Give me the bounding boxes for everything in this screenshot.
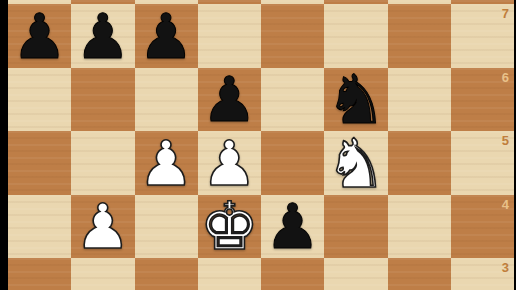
square-f6[interactable]: ♞ xyxy=(324,68,387,132)
square-f5[interactable]: ♞ xyxy=(324,131,387,195)
square-a4[interactable] xyxy=(8,195,71,259)
square-e3[interactable] xyxy=(261,258,324,290)
black-pawn-b7[interactable]: ♟ xyxy=(71,5,134,69)
square-c6[interactable] xyxy=(135,68,198,132)
square-h5[interactable]: 5 xyxy=(451,131,514,195)
square-a7[interactable]: ♟ xyxy=(8,4,71,68)
square-h4[interactable]: 4 xyxy=(451,195,514,259)
square-g3[interactable] xyxy=(388,258,451,290)
square-c3[interactable] xyxy=(135,258,198,290)
square-h3[interactable]: 3 xyxy=(451,258,514,290)
square-f3[interactable] xyxy=(324,258,387,290)
rank-label-4: 4 xyxy=(502,198,509,211)
white-knight-f5[interactable]: ♞ xyxy=(324,132,387,196)
square-a6[interactable] xyxy=(8,68,71,132)
rank-label-7: 7 xyxy=(502,7,509,20)
white-pawn-b4[interactable]: ♟ xyxy=(71,196,134,260)
chess-board: ♟♟♟7♟♞6♟♟♞5♟♚♟43 xyxy=(8,0,514,290)
square-e6[interactable] xyxy=(261,68,324,132)
square-b4[interactable]: ♟ xyxy=(71,195,134,259)
square-h7[interactable]: 7 xyxy=(451,4,514,68)
square-b7[interactable]: ♟ xyxy=(71,4,134,68)
square-e4[interactable]: ♟ xyxy=(261,195,324,259)
square-h6[interactable]: 6 xyxy=(451,68,514,132)
rank-label-5: 5 xyxy=(502,134,509,147)
black-pawn-d6[interactable]: ♟ xyxy=(198,69,261,133)
square-b6[interactable] xyxy=(71,68,134,132)
square-d7[interactable] xyxy=(198,4,261,68)
letterbox-left-bar xyxy=(0,0,8,290)
square-f7[interactable] xyxy=(324,4,387,68)
square-a5[interactable] xyxy=(8,131,71,195)
black-pawn-c7[interactable]: ♟ xyxy=(135,5,198,69)
square-d6[interactable]: ♟ xyxy=(198,68,261,132)
square-b5[interactable] xyxy=(71,131,134,195)
rank-label-6: 6 xyxy=(502,71,509,84)
square-e7[interactable] xyxy=(261,4,324,68)
square-f4[interactable] xyxy=(324,195,387,259)
square-a3[interactable] xyxy=(8,258,71,290)
square-c7[interactable]: ♟ xyxy=(135,4,198,68)
square-d3[interactable] xyxy=(198,258,261,290)
square-c4[interactable] xyxy=(135,195,198,259)
black-knight-f6[interactable]: ♞ xyxy=(324,69,387,133)
white-king-d4[interactable]: ♚ xyxy=(198,196,261,260)
square-g6[interactable] xyxy=(388,68,451,132)
white-pawn-c5[interactable]: ♟ xyxy=(135,132,198,196)
black-pawn-e4[interactable]: ♟ xyxy=(261,196,324,260)
square-g4[interactable] xyxy=(388,195,451,259)
rank-label-3: 3 xyxy=(502,261,509,274)
square-b3[interactable] xyxy=(71,258,134,290)
square-d5[interactable]: ♟ xyxy=(198,131,261,195)
white-pawn-d5[interactable]: ♟ xyxy=(198,132,261,196)
square-e5[interactable] xyxy=(261,131,324,195)
square-g5[interactable] xyxy=(388,131,451,195)
square-g7[interactable] xyxy=(388,4,451,68)
square-c5[interactable]: ♟ xyxy=(135,131,198,195)
square-d4[interactable]: ♚ xyxy=(198,195,261,259)
black-pawn-a7[interactable]: ♟ xyxy=(8,5,71,69)
